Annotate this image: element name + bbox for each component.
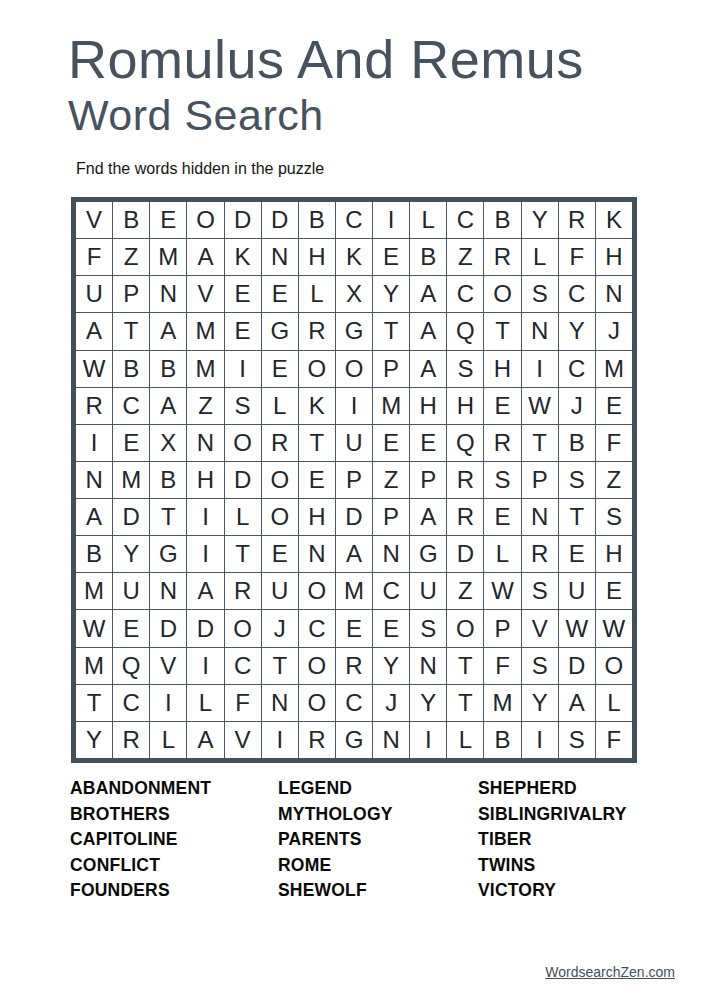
word-item: FOUNDERS (70, 878, 278, 904)
word-item: LEGEND (278, 776, 478, 802)
word-item: TWINS (478, 853, 677, 879)
word-item: SIBLINGRIVALRY (478, 802, 677, 828)
grid-cell-r13c7: O (299, 648, 335, 684)
grid-cell-r7c3: X (150, 425, 186, 461)
grid-cell-r2c8: K (336, 239, 372, 275)
grid-cell-r8c7: E (299, 462, 335, 498)
grid-cell-r6c5: S (225, 388, 261, 424)
grid-cell-r11c10: U (410, 573, 446, 609)
grid-cell-r2c12: R (484, 239, 520, 275)
grid-cell-r6c6: L (262, 388, 298, 424)
grid-cell-r3c7: L (299, 276, 335, 312)
grid-cell-r5c11: S (447, 351, 483, 387)
word-item: ROME (278, 853, 478, 879)
grid-cell-r3c2: P (113, 276, 149, 312)
grid-cell-r15c7: R (299, 722, 335, 758)
grid-cell-r13c4: I (187, 648, 223, 684)
grid-cell-r11c12: W (484, 573, 520, 609)
grid-cell-r10c12: L (484, 536, 520, 572)
grid-cell-r7c13: T (522, 425, 558, 461)
grid-cell-r3c1: U (76, 276, 112, 312)
grid-cell-r8c13: P (522, 462, 558, 498)
grid-cell-r1c2: B (113, 202, 149, 238)
grid-cell-r11c2: U (113, 573, 149, 609)
grid-cell-r11c7: O (299, 573, 335, 609)
grid-cell-r4c11: Q (447, 313, 483, 349)
grid-cell-r14c9: J (373, 685, 409, 721)
grid-cell-r3c4: V (187, 276, 223, 312)
grid-cell-r8c6: O (262, 462, 298, 498)
grid-cell-r8c4: H (187, 462, 223, 498)
grid-cell-r5c7: O (299, 351, 335, 387)
grid-cell-r3c5: E (225, 276, 261, 312)
grid-cell-r7c8: U (336, 425, 372, 461)
grid-cell-r6c9: M (373, 388, 409, 424)
grid-cell-r4c13: N (522, 313, 558, 349)
grid-cell-r13c9: Y (373, 648, 409, 684)
grid-cell-r1c1: V (76, 202, 112, 238)
grid-cell-r1c14: R (559, 202, 595, 238)
grid-cell-r12c9: E (373, 610, 409, 646)
grid-cell-r11c4: A (187, 573, 223, 609)
grid-cell-r1c15: K (596, 202, 632, 238)
grid-cell-r14c4: L (187, 685, 223, 721)
word-item: CAPITOLINE (70, 827, 278, 853)
grid-cell-r10c14: E (559, 536, 595, 572)
grid-cell-r15c4: A (187, 722, 223, 758)
grid-cell-r10c7: N (299, 536, 335, 572)
grid-cell-r7c7: T (299, 425, 335, 461)
grid-cell-r12c4: D (187, 610, 223, 646)
grid-cell-r8c2: M (113, 462, 149, 498)
grid-cell-r5c9: P (373, 351, 409, 387)
word-item: BROTHERS (70, 802, 278, 828)
grid-cell-r13c14: D (559, 648, 595, 684)
grid-cell-r9c14: T (559, 499, 595, 535)
word-item: VICTORY (478, 878, 677, 904)
grid-cell-r6c7: K (299, 388, 335, 424)
grid-cell-r10c6: E (262, 536, 298, 572)
grid-cell-r9c2: D (113, 499, 149, 535)
grid-cell-r10c5: T (225, 536, 261, 572)
site-link[interactable]: WordsearchZen.com (545, 964, 675, 980)
grid-cell-r11c13: S (522, 573, 558, 609)
grid-cell-r13c2: Q (113, 648, 149, 684)
grid-cell-r1c11: C (447, 202, 483, 238)
grid-cell-r2c1: F (76, 239, 112, 275)
grid-cell-r13c15: O (596, 648, 632, 684)
grid-cell-r8c5: D (225, 462, 261, 498)
grid-cell-r4c5: E (225, 313, 261, 349)
grid-cell-r7c15: F (596, 425, 632, 461)
grid-cell-r9c13: N (522, 499, 558, 535)
grid-cell-r9c3: T (150, 499, 186, 535)
grid-cell-r14c13: Y (522, 685, 558, 721)
grid-cell-r5c5: I (225, 351, 261, 387)
grid-cell-r4c14: Y (559, 313, 595, 349)
grid-cell-r14c10: Y (410, 685, 446, 721)
grid-cell-r1c13: Y (522, 202, 558, 238)
grid-cell-r12c2: E (113, 610, 149, 646)
grid-cell-r14c15: L (596, 685, 632, 721)
grid-cell-r5c3: B (150, 351, 186, 387)
grid-cell-r11c11: Z (447, 573, 483, 609)
grid-cell-r7c2: E (113, 425, 149, 461)
grid-cell-r1c9: I (373, 202, 409, 238)
page-title: Romulus And Remus (68, 30, 584, 89)
grid-cell-r11c6: U (262, 573, 298, 609)
word-list-column-2: LEGENDMYTHOLOGYPARENTSROMESHEWOLF (278, 776, 478, 904)
grid-cell-r6c8: I (336, 388, 372, 424)
grid-cell-r12c1: W (76, 610, 112, 646)
grid-cell-r2c11: Z (447, 239, 483, 275)
grid-cell-r12c14: W (559, 610, 595, 646)
grid-cell-r12c7: C (299, 610, 335, 646)
grid-cell-r7c4: N (187, 425, 223, 461)
grid-cell-r4c9: T (373, 313, 409, 349)
footer: WordsearchZen.com (545, 964, 675, 980)
grid-cell-r11c1: M (76, 573, 112, 609)
grid-cell-r5c4: M (187, 351, 223, 387)
grid-cell-r12c13: V (522, 610, 558, 646)
grid-cell-r5c6: E (262, 351, 298, 387)
grid-cell-r3c8: X (336, 276, 372, 312)
grid-cell-r6c15: E (596, 388, 632, 424)
grid-cell-r2c13: L (522, 239, 558, 275)
grid-cell-r5c1: W (76, 351, 112, 387)
grid-cell-r15c9: N (373, 722, 409, 758)
grid-cell-r10c1: B (76, 536, 112, 572)
grid-cell-r13c8: R (336, 648, 372, 684)
grid-cell-r2c14: F (559, 239, 595, 275)
word-item: ABANDONMENT (70, 776, 278, 802)
grid-cell-r15c2: R (113, 722, 149, 758)
grid-cell-r8c12: S (484, 462, 520, 498)
grid-cell-r11c9: C (373, 573, 409, 609)
grid-cell-r3c11: C (447, 276, 483, 312)
grid-cell-r3c3: N (150, 276, 186, 312)
grid-cell-r6c10: H (410, 388, 446, 424)
grid-cell-r7c1: I (76, 425, 112, 461)
word-item: MYTHOLOGY (278, 802, 478, 828)
grid-cell-r6c13: W (522, 388, 558, 424)
grid-cell-r3c9: Y (373, 276, 409, 312)
grid-cell-r8c11: R (447, 462, 483, 498)
page-title-line2: Word Search (68, 91, 584, 140)
grid-cell-r5c10: A (410, 351, 446, 387)
grid-cell-r2c10: B (410, 239, 446, 275)
grid-cell-r1c8: C (336, 202, 372, 238)
grid-cell-r6c3: A (150, 388, 186, 424)
grid-cell-r12c10: S (410, 610, 446, 646)
grid-cell-r12c6: J (262, 610, 298, 646)
grid-cell-r8c8: P (336, 462, 372, 498)
grid-cell-r10c9: N (373, 536, 409, 572)
grid-cell-r14c2: C (113, 685, 149, 721)
grid-cell-r2c7: H (299, 239, 335, 275)
grid-cell-r15c1: Y (76, 722, 112, 758)
grid-cell-r14c11: T (447, 685, 483, 721)
grid-cell-r10c11: D (447, 536, 483, 572)
grid-cell-r2c3: M (150, 239, 186, 275)
grid-cell-r15c8: G (336, 722, 372, 758)
grid-cell-r9c10: A (410, 499, 446, 535)
grid-cell-r13c1: M (76, 648, 112, 684)
grid-cell-r1c10: L (410, 202, 446, 238)
grid-cell-r8c3: B (150, 462, 186, 498)
grid-cell-r1c12: B (484, 202, 520, 238)
grid-cell-r9c9: P (373, 499, 409, 535)
grid-cell-r12c12: P (484, 610, 520, 646)
grid-cell-r8c14: S (559, 462, 595, 498)
grid-cell-r13c12: F (484, 648, 520, 684)
grid-cell-r10c3: G (150, 536, 186, 572)
grid-cell-r6c12: E (484, 388, 520, 424)
word-item: SHEWOLF (278, 878, 478, 904)
grid-cell-r14c5: F (225, 685, 261, 721)
grid-cell-r7c14: B (559, 425, 595, 461)
grid-cell-r12c5: O (225, 610, 261, 646)
grid-cell-r4c8: G (336, 313, 372, 349)
grid-cell-r9c15: S (596, 499, 632, 535)
grid-cell-r3c10: A (410, 276, 446, 312)
instruction-text: Fnd the words hidden in the puzzle (76, 160, 324, 178)
grid-cell-r7c6: R (262, 425, 298, 461)
grid-cell-r9c8: D (336, 499, 372, 535)
grid-cell-r13c6: T (262, 648, 298, 684)
grid-cell-r5c15: M (596, 351, 632, 387)
grid-cell-r3c12: O (484, 276, 520, 312)
grid-cell-r3c13: S (522, 276, 558, 312)
grid-cell-r2c15: H (596, 239, 632, 275)
grid-cell-r9c5: L (225, 499, 261, 535)
grid-cell-r12c15: W (596, 610, 632, 646)
grid-cell-r11c3: N (150, 573, 186, 609)
grid-cell-r15c6: I (262, 722, 298, 758)
grid-cell-r2c2: Z (113, 239, 149, 275)
word-list: ABANDONMENTBROTHERSCAPITOLINECONFLICTFOU… (70, 776, 677, 904)
grid-cell-r14c8: C (336, 685, 372, 721)
word-item: TIBER (478, 827, 677, 853)
grid-cell-r9c7: H (299, 499, 335, 535)
grid-cell-r10c8: A (336, 536, 372, 572)
grid-cell-r15c15: F (596, 722, 632, 758)
grid-cell-r6c2: C (113, 388, 149, 424)
grid-cell-r5c8: O (336, 351, 372, 387)
grid-cell-r9c1: A (76, 499, 112, 535)
grid-cell-r11c5: R (225, 573, 261, 609)
page-header: Romulus And Remus Word Search (68, 30, 584, 141)
word-item: PARENTS (278, 827, 478, 853)
word-search-grid: VBEODDBCILCBYRKFZMAKNHKEBZRLFHUPNVEELXYA… (71, 197, 637, 763)
grid-cell-r6c1: R (76, 388, 112, 424)
grid-cell-r15c11: L (447, 722, 483, 758)
grid-cell-r7c12: R (484, 425, 520, 461)
grid-cell-r7c11: Q (447, 425, 483, 461)
grid-cell-r13c11: T (447, 648, 483, 684)
grid-cell-r4c6: G (262, 313, 298, 349)
grid-cell-r11c8: M (336, 573, 372, 609)
grid-cell-r8c15: Z (596, 462, 632, 498)
grid-cell-r15c3: L (150, 722, 186, 758)
grid-cell-r4c4: M (187, 313, 223, 349)
grid-cell-r4c10: A (410, 313, 446, 349)
word-list-column-3: SHEPHERDSIBLINGRIVALRYTIBERTWINSVICTORY (478, 776, 677, 904)
grid-cell-r15c5: V (225, 722, 261, 758)
grid-cell-r2c6: N (262, 239, 298, 275)
grid-cell-r14c14: A (559, 685, 595, 721)
grid-cell-r5c12: H (484, 351, 520, 387)
grid-cell-r5c14: C (559, 351, 595, 387)
grid-cell-r15c13: I (522, 722, 558, 758)
grid-cell-r13c13: S (522, 648, 558, 684)
grid-cell-r8c10: P (410, 462, 446, 498)
grid-cell-r11c14: U (559, 573, 595, 609)
grid-cell-r4c3: A (150, 313, 186, 349)
grid-cell-r7c9: E (373, 425, 409, 461)
grid-cell-r7c5: O (225, 425, 261, 461)
grid-cell-r12c11: O (447, 610, 483, 646)
grid-cell-r5c2: B (113, 351, 149, 387)
grid-cell-r15c10: I (410, 722, 446, 758)
grid-cell-r10c13: R (522, 536, 558, 572)
grid-cell-r4c15: J (596, 313, 632, 349)
grid-cell-r2c5: K (225, 239, 261, 275)
grid-cell-r14c6: N (262, 685, 298, 721)
grid-cell-r7c10: E (410, 425, 446, 461)
grid-cell-r1c6: D (262, 202, 298, 238)
grid-cell-r10c10: G (410, 536, 446, 572)
grid-cell-r6c4: Z (187, 388, 223, 424)
grid-cell-r14c7: O (299, 685, 335, 721)
grid-cell-r4c2: T (113, 313, 149, 349)
grid-cell-r13c5: C (225, 648, 261, 684)
grid-cell-r6c14: J (559, 388, 595, 424)
grid-cell-r12c8: E (336, 610, 372, 646)
grid-cell-r10c15: H (596, 536, 632, 572)
grid-cell-r2c9: E (373, 239, 409, 275)
grid-cell-r3c14: C (559, 276, 595, 312)
grid-cell-r10c4: I (187, 536, 223, 572)
grid-cell-r3c15: N (596, 276, 632, 312)
grid-cell-r13c3: V (150, 648, 186, 684)
grid-cell-r1c7: B (299, 202, 335, 238)
word-item: CONFLICT (70, 853, 278, 879)
grid-cell-r8c1: N (76, 462, 112, 498)
grid-cell-r5c13: I (522, 351, 558, 387)
word-item: SHEPHERD (478, 776, 677, 802)
grid-cell-r4c1: A (76, 313, 112, 349)
grid-cell-r14c1: T (76, 685, 112, 721)
grid-cell-r1c4: O (187, 202, 223, 238)
grid-cell-r1c3: E (150, 202, 186, 238)
grid-cell-r4c7: R (299, 313, 335, 349)
grid-cell-r9c12: E (484, 499, 520, 535)
grid-cell-r9c11: R (447, 499, 483, 535)
grid-cell-r6c11: H (447, 388, 483, 424)
grid-cell-r3c6: E (262, 276, 298, 312)
grid-cell-r12c3: D (150, 610, 186, 646)
grid-cell-r14c3: I (150, 685, 186, 721)
grid-cell-r11c15: E (596, 573, 632, 609)
grid-cell-r15c12: B (484, 722, 520, 758)
grid-cell-r13c10: N (410, 648, 446, 684)
grid-cell-r14c12: M (484, 685, 520, 721)
grid-cell-r15c14: S (559, 722, 595, 758)
grid-cell-r1c5: D (225, 202, 261, 238)
grid-cell-r8c9: Z (373, 462, 409, 498)
grid-cell-r9c6: O (262, 499, 298, 535)
grid-cell-r10c2: Y (113, 536, 149, 572)
word-list-column-1: ABANDONMENTBROTHERSCAPITOLINECONFLICTFOU… (70, 776, 278, 904)
grid-cell-r2c4: A (187, 239, 223, 275)
grid-cell-r4c12: T (484, 313, 520, 349)
grid-cell-r9c4: I (187, 499, 223, 535)
